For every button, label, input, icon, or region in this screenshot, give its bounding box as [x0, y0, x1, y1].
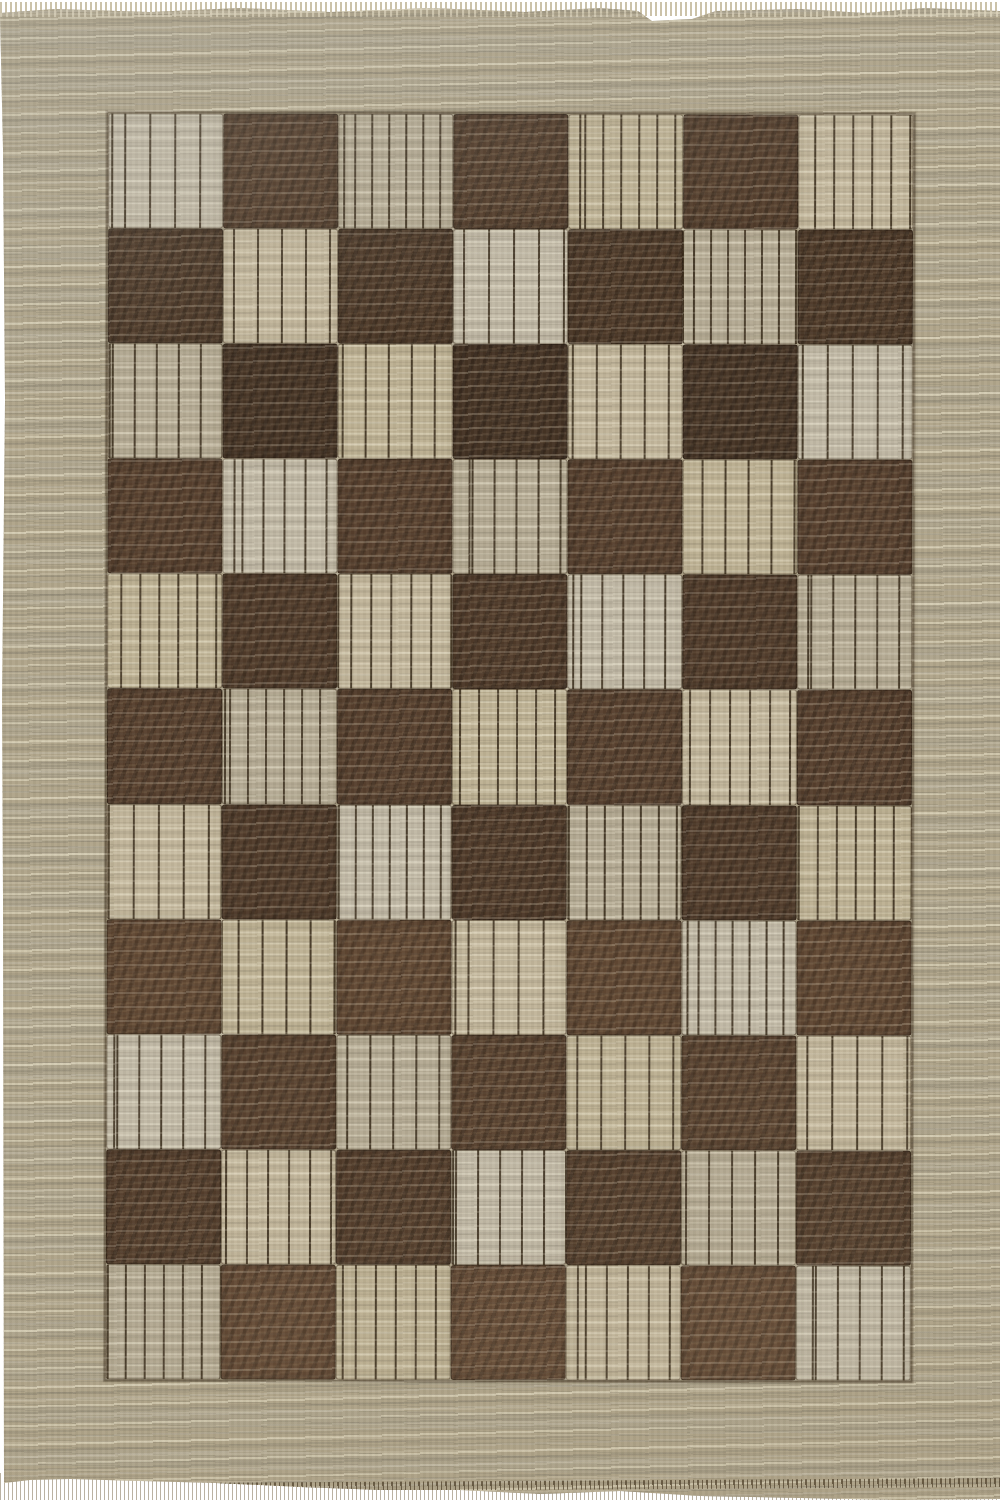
square-r7c4-dark: [452, 804, 567, 919]
square-r1c5-striped: [568, 114, 683, 229]
square-r2c2-striped: [223, 228, 338, 343]
square-r3c1-striped: [108, 343, 223, 458]
square-r2c7-dark: [798, 230, 913, 345]
square-r9c4-dark: [451, 1035, 566, 1150]
square-r11c4-dark: [451, 1265, 566, 1380]
square-r1c6-dark: [683, 114, 798, 229]
square-r7c5-striped: [567, 805, 682, 920]
square-r5c4-dark: [452, 574, 567, 689]
square-r10c5-dark: [566, 1150, 681, 1265]
square-r4c7-dark: [797, 460, 912, 575]
square-r1c7-striped: [798, 115, 913, 230]
square-r8c6-striped: [681, 920, 796, 1035]
square-r8c4-striped: [451, 920, 566, 1035]
square-r1c4-dark: [453, 114, 568, 229]
square-r4c4-striped: [452, 459, 567, 574]
square-r6c6-striped: [682, 690, 797, 805]
square-r7c7-striped: [797, 805, 912, 920]
square-r9c6-dark: [681, 1035, 796, 1150]
square-r4c1-dark: [107, 458, 222, 573]
square-r11c6-dark: [681, 1265, 796, 1380]
square-r8c5-dark: [566, 920, 681, 1035]
square-r11c2-dark: [221, 1264, 336, 1379]
square-r7c6-dark: [682, 805, 797, 920]
square-r3c3-striped: [338, 344, 453, 459]
square-r4c2-striped: [222, 459, 337, 574]
square-r4c6-striped: [682, 460, 797, 575]
square-r11c1-striped: [106, 1264, 221, 1379]
rug-photo: [0, 0, 1000, 1500]
square-r3c4-dark: [453, 344, 568, 459]
square-r11c5-striped: [566, 1265, 681, 1380]
square-r1c1-striped: [108, 113, 223, 228]
square-r6c4-striped: [452, 689, 567, 804]
square-r9c2-dark: [221, 1034, 336, 1149]
square-r11c3-striped: [336, 1265, 451, 1380]
square-r10c4-striped: [451, 1150, 566, 1265]
square-r8c7-dark: [796, 920, 911, 1035]
square-r11c7-striped: [796, 1266, 911, 1381]
square-r5c5-striped: [567, 574, 682, 689]
square-r6c5-dark: [567, 690, 682, 805]
square-r5c6-dark: [682, 575, 797, 690]
square-r9c7-striped: [796, 1035, 911, 1150]
square-r4c5-dark: [567, 459, 682, 574]
square-r1c2-dark: [223, 113, 338, 228]
square-r6c7-dark: [797, 690, 912, 805]
square-r2c4-striped: [453, 229, 568, 344]
square-r5c3-striped: [337, 574, 452, 689]
square-r10c1-dark: [106, 1149, 221, 1264]
square-r2c5-dark: [568, 229, 683, 344]
square-r3c2-dark: [223, 344, 338, 459]
square-r8c3-dark: [336, 919, 451, 1034]
square-r10c7-dark: [796, 1150, 911, 1265]
square-r3c7-striped: [798, 345, 913, 460]
square-r6c2-striped: [222, 689, 337, 804]
square-r10c2-striped: [221, 1149, 336, 1264]
square-r3c5-striped: [568, 344, 683, 459]
square-r7c1-striped: [107, 804, 222, 919]
square-r5c2-dark: [222, 574, 337, 689]
square-r6c1-dark: [107, 689, 222, 804]
square-r7c3-striped: [337, 804, 452, 919]
square-r5c7-striped: [797, 575, 912, 690]
square-r10c6-striped: [681, 1150, 796, 1265]
square-r8c1-dark: [106, 919, 221, 1034]
square-r9c3-striped: [336, 1034, 451, 1149]
square-r2c6-striped: [683, 229, 798, 344]
square-r2c1-dark: [108, 228, 223, 343]
square-r5c1-striped: [107, 574, 222, 689]
square-r9c1-striped: [106, 1034, 221, 1149]
square-r8c2-striped: [221, 919, 336, 1034]
square-r9c5-striped: [566, 1035, 681, 1150]
square-r7c2-dark: [222, 804, 337, 919]
square-r3c6-dark: [683, 345, 798, 460]
square-r10c3-dark: [336, 1149, 451, 1264]
checkerboard-field: [104, 111, 916, 1383]
square-r1c3-striped: [338, 114, 453, 229]
square-r2c3-dark: [338, 229, 453, 344]
rug: [0, 0, 1000, 1500]
square-r6c3-dark: [337, 689, 452, 804]
square-r4c3-dark: [337, 459, 452, 574]
